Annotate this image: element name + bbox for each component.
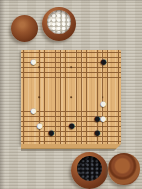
black-stones-pile (77, 156, 102, 181)
bowl-lid-bottom-right (108, 153, 140, 185)
bowl-lid-top-left (11, 15, 38, 42)
go-board: ●●●●●●●●●● (21, 50, 121, 144)
black-stones-bowl (71, 152, 108, 189)
stone-white-D4: ● (37, 122, 43, 129)
board-front-edge (21, 144, 121, 151)
white-stones-bowl (42, 7, 76, 41)
go-game-photo: ●●●●●●●●●● (0, 0, 142, 189)
stone-white-C6: ● (31, 107, 37, 114)
stone-black-P5: ● (94, 115, 100, 122)
stone-black-F3: ● (48, 129, 54, 136)
stone-white-C17: ● (31, 58, 37, 65)
stone-black-P3: ● (94, 129, 100, 136)
stone-white-Q7: ● (100, 100, 106, 107)
stone-black-Q17: ● (100, 58, 106, 65)
white-stones-pile (47, 10, 71, 34)
stone-white-Q5: ● (100, 115, 106, 122)
stone-black-K4: ● (69, 122, 75, 129)
stones-layer: ●●●●●●●●●● (21, 50, 121, 144)
